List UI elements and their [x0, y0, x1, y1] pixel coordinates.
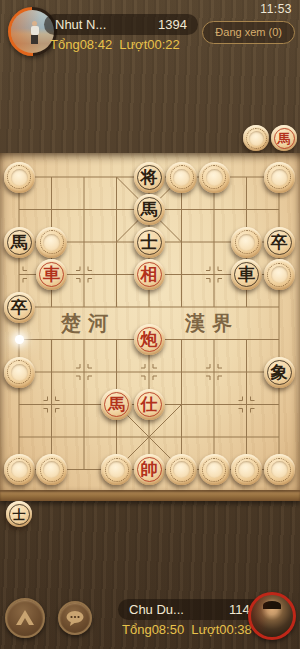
board[interactable]: 楚河 漢界 将馬馬士卒車相車卒炮象馬仕帥: [0, 153, 300, 501]
chat-bubble-icon: [65, 610, 85, 627]
bottom-total-time: 08:50: [152, 622, 185, 637]
bottom-player-name: Chu Du...: [129, 602, 184, 617]
avatar-person-icon: [30, 21, 39, 45]
covered-piece[interactable]: [264, 162, 295, 193]
covered-piece[interactable]: [4, 357, 35, 388]
black-soldier-piece[interactable]: 卒: [264, 227, 295, 258]
black-horse-piece[interactable]: 馬: [134, 194, 165, 225]
menu-up-button[interactable]: [5, 598, 45, 638]
top-total-label: Tổng: [50, 37, 80, 52]
bottom-player-name-pill: Chu Du... 1148: [118, 599, 268, 620]
covered-piece[interactable]: [101, 454, 132, 485]
covered-piece[interactable]: [243, 125, 269, 151]
covered-piece[interactable]: [4, 162, 35, 193]
board-pieces: 将馬馬士卒車相車卒炮象馬仕帥: [0, 153, 300, 490]
bottom-player-timers: Tổng08:50Lượt00:38: [122, 622, 259, 637]
red-horse-piece[interactable]: 馬: [101, 389, 132, 420]
bottom-player-avatar-art: [251, 595, 293, 637]
top-player-timers: Tổng08:42Lượt00:22: [50, 37, 187, 52]
chat-button[interactable]: [58, 601, 92, 635]
black-chariot-piece[interactable]: 車: [231, 259, 262, 290]
top-player-rating: 1394: [158, 17, 187, 32]
status-clock: 11:53: [260, 2, 292, 16]
chevron-up-icon: [14, 608, 36, 628]
covered-piece[interactable]: [166, 162, 197, 193]
black-horse-piece[interactable]: 馬: [4, 227, 35, 258]
covered-piece[interactable]: [36, 454, 67, 485]
red-horse-piece[interactable]: 馬: [271, 125, 297, 151]
top-turn-time: 00:22: [147, 37, 180, 52]
covered-piece[interactable]: [199, 454, 230, 485]
covered-piece[interactable]: [199, 162, 230, 193]
captured-top-tray: 馬: [243, 125, 297, 151]
red-chariot-piece[interactable]: 車: [36, 259, 67, 290]
top-player-name-pill: Nhut N... 1394: [44, 14, 198, 35]
red-cannon-piece[interactable]: 炮: [134, 324, 165, 355]
black-advisor-piece[interactable]: 士: [6, 501, 32, 527]
board-front-edge: [0, 490, 300, 501]
top-turn-label: Lượt: [119, 37, 147, 52]
covered-piece[interactable]: [166, 454, 197, 485]
bottom-total-label: Tổng: [122, 622, 152, 637]
black-general-piece[interactable]: 将: [134, 162, 165, 193]
bottom-player-avatar[interactable]: [248, 592, 296, 640]
top-total-time: 08:42: [80, 37, 113, 52]
covered-piece[interactable]: [264, 259, 295, 290]
black-advisor-piece[interactable]: 士: [134, 227, 165, 258]
covered-piece[interactable]: [231, 227, 262, 258]
bottom-turn-label: Lượt: [191, 622, 219, 637]
covered-piece[interactable]: [36, 227, 67, 258]
app-screen: 11:53 Nhut N... 1394 Tổng08:42Lượt00:22 …: [0, 0, 300, 649]
watch-button[interactable]: Đang xem (0): [202, 21, 295, 44]
top-player-name: Nhut N...: [55, 17, 106, 32]
covered-piece[interactable]: [231, 454, 262, 485]
covered-piece[interactable]: [4, 454, 35, 485]
captured-bottom-tray: 士: [6, 501, 32, 527]
bottom-turn-time: 00:38: [219, 622, 252, 637]
red-general-piece[interactable]: 帥: [134, 454, 165, 485]
covered-piece[interactable]: [264, 454, 295, 485]
black-soldier-piece[interactable]: 卒: [4, 292, 35, 323]
board-surface: 楚河 漢界 将馬馬士卒車相車卒炮象馬仕帥: [0, 153, 300, 490]
red-elephant-piece[interactable]: 相: [134, 259, 165, 290]
red-advisor-piece[interactable]: 仕: [134, 389, 165, 420]
black-elephant-piece[interactable]: 象: [264, 357, 295, 388]
